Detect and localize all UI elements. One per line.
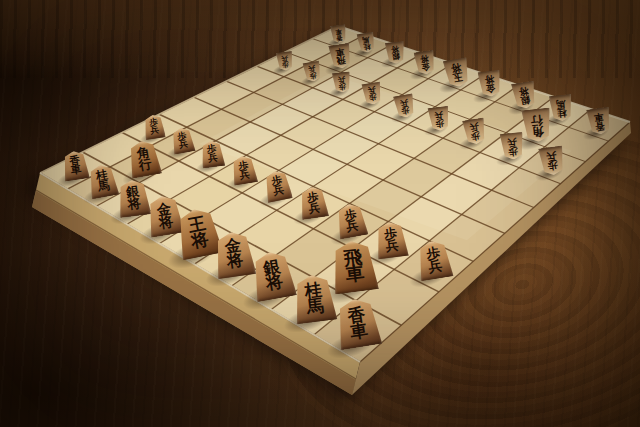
piece-kanji: 兵 xyxy=(546,151,557,162)
piece-kanji: 車 xyxy=(335,28,342,35)
piece-slot-49: 金将 xyxy=(215,232,253,277)
piece-kanji: 車 xyxy=(70,165,82,176)
piece-sente-rook-28[interactable]: 飛車 xyxy=(329,238,379,294)
piece-kanji: 兵 xyxy=(400,98,409,107)
piece-kanji: 将 xyxy=(420,54,429,63)
piece-slot-11: 香車 xyxy=(588,108,611,134)
piece-kanji: 将 xyxy=(484,75,494,85)
piece-slot-82: 飛車 xyxy=(330,44,351,68)
piece-slot-87: 歩兵 xyxy=(172,128,194,153)
piece-kanji: 兵 xyxy=(239,169,250,180)
piece-sente-lance-19[interactable]: 香車 xyxy=(334,296,383,350)
piece-kanji: 馬 xyxy=(305,297,324,315)
piece-kanji: 将 xyxy=(190,231,210,250)
piece-slot-81: 桂馬 xyxy=(358,33,375,53)
piece-slot-59: 王将 xyxy=(178,209,219,257)
piece-slot-33: 歩兵 xyxy=(464,119,486,144)
piece-slot-57: 歩兵 xyxy=(265,171,290,201)
piece-slot-13: 歩兵 xyxy=(540,147,564,175)
piece-kanji: 兵 xyxy=(308,65,316,73)
piece-sente-pawn-77[interactable]: 歩兵 xyxy=(200,140,226,169)
piece-kanji: 兵 xyxy=(427,259,443,274)
piece-kanji: 兵 xyxy=(368,86,377,94)
piece-kanji: 行 xyxy=(531,114,544,126)
piece-slot-53: 歩兵 xyxy=(395,95,415,118)
piece-slot-51: 玉将 xyxy=(445,59,469,87)
piece-slot-69: 金将 xyxy=(148,196,182,235)
piece-kanji: 兵 xyxy=(273,184,285,196)
piece-slot-28: 飛車 xyxy=(332,241,376,292)
piece-slot-97: 歩兵 xyxy=(144,115,164,139)
piece-slot-29: 桂馬 xyxy=(294,275,335,322)
piece-slot-37: 歩兵 xyxy=(337,204,366,237)
piece-slot-31: 銀将 xyxy=(513,82,536,108)
piece-slot-23: 歩兵 xyxy=(501,133,524,160)
piece-slot-63: 歩兵 xyxy=(363,83,382,105)
piece-kanji: 車 xyxy=(349,322,369,341)
piece-kanji: 兵 xyxy=(385,239,399,252)
piece-slot-22: 角行 xyxy=(523,109,551,142)
piece-kanji: 馬 xyxy=(98,180,111,193)
piece-slot-61: 金将 xyxy=(415,51,435,74)
piece-slot-99: 香車 xyxy=(63,151,88,180)
piece-slot-89: 桂馬 xyxy=(89,165,117,197)
piece-slot-17: 歩兵 xyxy=(418,241,451,279)
piece-kanji: 将 xyxy=(264,274,283,292)
piece-kanji: 将 xyxy=(450,63,462,74)
piece-slot-67: 歩兵 xyxy=(232,156,256,184)
piece-slot-47: 歩兵 xyxy=(300,187,327,218)
piece-slot-77: 歩兵 xyxy=(201,141,224,167)
piece-sente-pawn-97[interactable]: 歩兵 xyxy=(143,113,166,139)
piece-sente-pawn-27[interactable]: 歩兵 xyxy=(374,220,409,259)
piece-slot-73: 歩兵 xyxy=(333,72,351,92)
piece-kanji: 将 xyxy=(226,253,244,270)
piece-kanji: 兵 xyxy=(469,123,479,133)
piece-kanji: 将 xyxy=(518,86,529,96)
piece-slot-71: 銀将 xyxy=(386,42,405,64)
piece-sente-silver-79[interactable]: 銀将 xyxy=(115,178,150,218)
piece-slot-19: 香車 xyxy=(337,299,379,347)
piece-slot-27: 歩兵 xyxy=(376,222,407,258)
piece-kanji: 車 xyxy=(345,265,365,284)
piece-kanji: 将 xyxy=(158,214,174,229)
piece-kanji: 車 xyxy=(594,112,605,122)
piece-kanji: 兵 xyxy=(150,126,160,135)
piece-sente-pawn-47[interactable]: 歩兵 xyxy=(298,185,329,220)
pieces-layer: 香車桂馬銀将金将玉将金将銀将桂馬香車飛車角行歩兵歩兵歩兵歩兵歩兵歩兵歩兵歩兵歩兵… xyxy=(0,0,640,427)
piece-kanji: 行 xyxy=(138,158,153,172)
piece-kanji: 将 xyxy=(390,45,399,53)
piece-sente-knight-29[interactable]: 桂馬 xyxy=(291,273,337,325)
piece-slot-93: 歩兵 xyxy=(277,52,293,71)
piece-slot-41: 金将 xyxy=(479,71,501,97)
piece-kanji: 兵 xyxy=(434,110,444,119)
piece-sente-pawn-67[interactable]: 歩兵 xyxy=(230,154,258,185)
piece-kanji: 兵 xyxy=(345,219,359,232)
piece-sente-gold-49[interactable]: 金将 xyxy=(212,229,256,279)
piece-slot-43: 歩兵 xyxy=(429,107,450,131)
piece-kanji: 車 xyxy=(335,48,345,57)
piece-kanji: 兵 xyxy=(178,139,188,149)
piece-slot-91: 香車 xyxy=(331,25,346,43)
piece-kanji: 兵 xyxy=(337,75,345,83)
piece-slot-79: 銀将 xyxy=(118,180,149,216)
piece-slot-83: 歩兵 xyxy=(304,62,321,82)
piece-slot-39: 銀将 xyxy=(253,252,293,299)
piece-kanji: 馬 xyxy=(555,99,565,109)
piece-slot-88: 角行 xyxy=(129,141,159,176)
photo-stage: 香車桂馬銀将金将玉将金将銀将桂馬香車飛車角行歩兵歩兵歩兵歩兵歩兵歩兵歩兵歩兵歩兵… xyxy=(0,0,640,427)
piece-kanji: 兵 xyxy=(208,154,219,164)
piece-kanji: 兵 xyxy=(507,137,517,147)
piece-sente-knight-89[interactable]: 桂馬 xyxy=(87,163,120,199)
piece-kanji: 兵 xyxy=(281,55,288,62)
piece-kanji: 将 xyxy=(127,197,141,211)
piece-slot-21: 桂馬 xyxy=(550,95,572,121)
piece-kanji: 兵 xyxy=(308,202,321,214)
piece-kanji: 馬 xyxy=(362,36,370,44)
